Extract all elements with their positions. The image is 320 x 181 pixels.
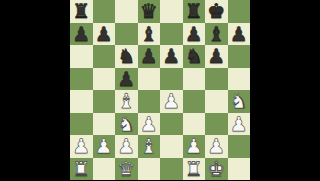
right-letterbox-bar (250, 0, 320, 180)
square-f2[interactable]: ♟ (183, 135, 206, 158)
square-b6[interactable] (93, 45, 116, 68)
white-pawn-d3: ♟ (140, 113, 158, 135)
square-d1[interactable] (138, 158, 161, 181)
square-g1[interactable]: ♚ (205, 158, 228, 181)
black-pawn-c5: ♟ (117, 68, 135, 90)
white-pawn-c2: ♟ (117, 135, 135, 157)
white-king-g1: ♚ (207, 158, 225, 180)
white-pawn-g2: ♟ (207, 135, 225, 157)
square-e3[interactable] (160, 113, 183, 136)
square-f1[interactable]: ♜ (183, 158, 206, 181)
black-rook-a8: ♜ (72, 0, 90, 22)
square-c1[interactable]: ♛ (115, 158, 138, 181)
black-pawn-b7: ♟ (95, 23, 113, 45)
square-c5[interactable]: ♟ (115, 68, 138, 91)
square-c3[interactable]: ♞ (115, 113, 138, 136)
square-e6[interactable]: ♟ (160, 45, 183, 68)
left-letterbox-bar (0, 0, 70, 180)
square-d2[interactable]: ♝ (138, 135, 161, 158)
square-e4[interactable]: ♟ (160, 90, 183, 113)
square-e7[interactable] (160, 23, 183, 46)
square-d6[interactable]: ♟ (138, 45, 161, 68)
square-g2[interactable]: ♟ (205, 135, 228, 158)
square-f7[interactable]: ♟ (183, 23, 206, 46)
square-a5[interactable] (70, 68, 93, 91)
black-bishop-g7: ♝ (207, 23, 225, 45)
square-c6[interactable]: ♞ (115, 45, 138, 68)
white-rook-a1: ♜ (72, 158, 90, 180)
square-e2[interactable] (160, 135, 183, 158)
black-pawn-e6: ♟ (162, 45, 180, 67)
square-h4[interactable]: ♞ (228, 90, 251, 113)
square-h2[interactable] (228, 135, 251, 158)
square-g8[interactable]: ♚ (205, 0, 228, 23)
white-pawn-f2: ♟ (185, 135, 203, 157)
square-c7[interactable] (115, 23, 138, 46)
white-bishop-d2: ♝ (140, 135, 158, 157)
square-d5[interactable] (138, 68, 161, 91)
black-knight-f6: ♞ (185, 45, 203, 67)
square-a6[interactable] (70, 45, 93, 68)
white-pawn-h3: ♟ (230, 113, 248, 135)
white-pawn-a2: ♟ (72, 135, 90, 157)
square-h7[interactable]: ♟ (228, 23, 251, 46)
square-b2[interactable]: ♟ (93, 135, 116, 158)
square-a1[interactable]: ♜ (70, 158, 93, 181)
square-b3[interactable] (93, 113, 116, 136)
square-e1[interactable] (160, 158, 183, 181)
square-b4[interactable] (93, 90, 116, 113)
black-pawn-d6: ♟ (140, 45, 158, 67)
square-e8[interactable] (160, 0, 183, 23)
black-queen-d8: ♛ (140, 0, 158, 22)
square-a2[interactable]: ♟ (70, 135, 93, 158)
square-b8[interactable] (93, 0, 116, 23)
black-knight-c6: ♞ (117, 45, 135, 67)
white-knight-h4: ♞ (230, 90, 248, 112)
square-g4[interactable] (205, 90, 228, 113)
white-bishop-c4: ♝ (117, 90, 135, 112)
square-b5[interactable] (93, 68, 116, 91)
square-c2[interactable]: ♟ (115, 135, 138, 158)
square-b1[interactable] (93, 158, 116, 181)
white-knight-c3: ♞ (117, 113, 135, 135)
square-f6[interactable]: ♞ (183, 45, 206, 68)
game-screen: ♜♛♜♚♟♟♝♟♝♟♞♟♟♞♟♟♝♟♞♞♟♟♟♟♟♝♟♟♜♛♜♚ (0, 0, 320, 180)
black-pawn-h7: ♟ (230, 23, 248, 45)
chess-board: ♜♛♜♚♟♟♝♟♝♟♞♟♟♞♟♟♝♟♞♞♟♟♟♟♟♝♟♟♜♛♜♚ (70, 0, 250, 180)
black-pawn-g6: ♟ (207, 45, 225, 67)
square-d7[interactable]: ♝ (138, 23, 161, 46)
square-h6[interactable] (228, 45, 251, 68)
square-b7[interactable]: ♟ (93, 23, 116, 46)
square-f3[interactable] (183, 113, 206, 136)
white-pawn-e4: ♟ (162, 90, 180, 112)
square-g7[interactable]: ♝ (205, 23, 228, 46)
square-h8[interactable] (228, 0, 251, 23)
square-g5[interactable] (205, 68, 228, 91)
square-h1[interactable] (228, 158, 251, 181)
white-rook-f1: ♜ (185, 158, 203, 180)
square-c8[interactable] (115, 0, 138, 23)
square-c4[interactable]: ♝ (115, 90, 138, 113)
square-h3[interactable]: ♟ (228, 113, 251, 136)
white-queen-c1: ♛ (117, 158, 135, 180)
black-rook-f8: ♜ (185, 0, 203, 22)
square-f8[interactable]: ♜ (183, 0, 206, 23)
square-a7[interactable]: ♟ (70, 23, 93, 46)
white-pawn-b2: ♟ (95, 135, 113, 157)
square-e5[interactable] (160, 68, 183, 91)
square-g6[interactable]: ♟ (205, 45, 228, 68)
square-a4[interactable] (70, 90, 93, 113)
square-g3[interactable] (205, 113, 228, 136)
black-bishop-d7: ♝ (140, 23, 158, 45)
square-a8[interactable]: ♜ (70, 0, 93, 23)
square-a3[interactable] (70, 113, 93, 136)
square-d4[interactable] (138, 90, 161, 113)
square-d8[interactable]: ♛ (138, 0, 161, 23)
square-h5[interactable] (228, 68, 251, 91)
square-f5[interactable] (183, 68, 206, 91)
black-pawn-a7: ♟ (72, 23, 90, 45)
black-pawn-f7: ♟ (185, 23, 203, 45)
black-king-g8: ♚ (207, 0, 225, 22)
square-f4[interactable] (183, 90, 206, 113)
square-d3[interactable]: ♟ (138, 113, 161, 136)
